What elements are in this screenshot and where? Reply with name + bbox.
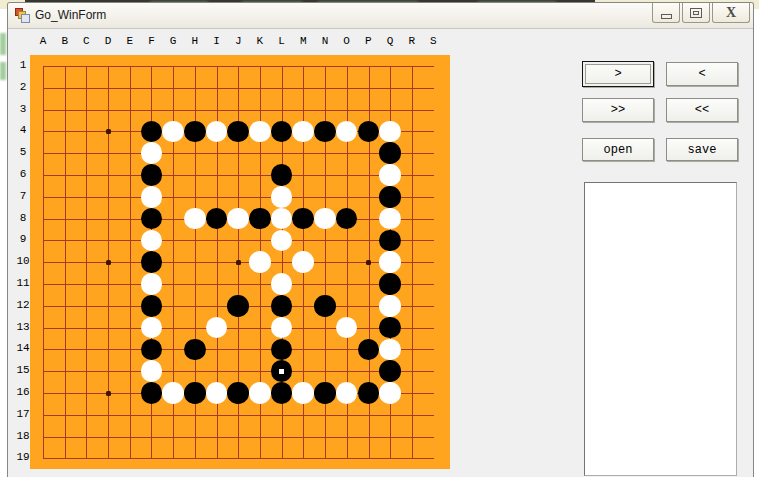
black-stone: [336, 208, 358, 230]
col-label: J: [227, 33, 249, 49]
white-stone: [379, 295, 401, 317]
black-stone: [314, 382, 336, 404]
white-stone: [379, 339, 401, 361]
black-stone: [227, 382, 249, 404]
col-label: Q: [379, 33, 401, 49]
white-stone: [249, 121, 271, 143]
white-stone: [379, 121, 401, 143]
white-stone: [141, 230, 163, 252]
white-stone: [141, 273, 163, 295]
white-stone: [249, 251, 271, 273]
black-stone: [379, 230, 401, 252]
white-stone: [271, 208, 293, 230]
white-stone: [206, 121, 228, 143]
titlebar[interactable]: Go_WinForm X: [8, 3, 753, 29]
white-stone: [292, 251, 314, 273]
step-forward-button[interactable]: >: [582, 61, 654, 87]
app-window: Go_WinForm X ABCDEFGHIJKLMNOPQRS 1234567…: [7, 2, 754, 477]
black-stone: [249, 208, 271, 230]
white-stone: [292, 121, 314, 143]
black-stone: [184, 121, 206, 143]
last-move-marker: [279, 369, 284, 374]
black-stone: [141, 208, 163, 230]
white-stone: [206, 382, 228, 404]
white-stone: [141, 186, 163, 208]
black-stone: [271, 295, 293, 317]
step-back-button[interactable]: <: [666, 62, 738, 86]
black-stone: [271, 339, 293, 361]
col-label: A: [32, 33, 54, 49]
white-stone: [336, 382, 358, 404]
col-label: I: [206, 33, 228, 49]
black-stone: [358, 339, 380, 361]
white-stone: [271, 273, 293, 295]
black-stone: [184, 339, 206, 361]
white-stone: [141, 360, 163, 382]
open-button[interactable]: open: [582, 138, 654, 161]
white-stone: [141, 142, 163, 164]
black-stone: [358, 121, 380, 143]
minimize-button[interactable]: [652, 3, 680, 23]
white-stone: [379, 382, 401, 404]
white-stone: [162, 382, 184, 404]
white-stone: [162, 121, 184, 143]
white-stone: [271, 186, 293, 208]
black-stone: [292, 208, 314, 230]
col-label: B: [54, 33, 76, 49]
black-stone: [379, 360, 401, 382]
black-stone: [314, 295, 336, 317]
go-board[interactable]: [30, 55, 450, 469]
black-stone: [271, 164, 293, 186]
black-stone: [141, 164, 163, 186]
maximize-icon: [690, 8, 702, 18]
col-label: O: [336, 33, 358, 49]
white-stone: [336, 317, 358, 339]
window-title: Go_WinForm: [35, 3, 106, 28]
black-stone: [379, 142, 401, 164]
white-stone: [314, 208, 336, 230]
black-stone: [271, 360, 293, 382]
white-stone: [271, 230, 293, 252]
fast-back-button[interactable]: <<: [666, 98, 738, 122]
col-label: P: [358, 33, 380, 49]
black-stone: [206, 208, 228, 230]
save-button[interactable]: save: [666, 138, 738, 161]
minimize-icon: [661, 14, 672, 19]
black-stone: [379, 186, 401, 208]
white-stone: [184, 208, 206, 230]
black-stone: [141, 339, 163, 361]
move-list[interactable]: [584, 182, 737, 476]
black-stone: [227, 295, 249, 317]
black-stone: [227, 121, 249, 143]
fast-forward-button[interactable]: >>: [582, 98, 654, 122]
black-stone: [379, 273, 401, 295]
close-button[interactable]: X: [712, 3, 750, 23]
black-stone: [379, 317, 401, 339]
white-stone: [379, 164, 401, 186]
stones-layer: [32, 55, 444, 469]
white-stone: [141, 317, 163, 339]
white-stone: [227, 208, 249, 230]
col-label: N: [314, 33, 336, 49]
column-labels: ABCDEFGHIJKLMNOPQRS: [32, 33, 444, 49]
black-stone: [141, 382, 163, 404]
col-label: C: [76, 33, 98, 49]
white-stone: [292, 382, 314, 404]
white-stone: [379, 251, 401, 273]
black-stone: [141, 121, 163, 143]
white-stone: [206, 317, 228, 339]
white-stone: [271, 317, 293, 339]
app-icon: [15, 8, 30, 23]
maximize-button[interactable]: [682, 3, 710, 23]
black-stone: [358, 382, 380, 404]
black-stone: [141, 295, 163, 317]
black-stone: [141, 251, 163, 273]
col-label: K: [249, 33, 271, 49]
col-label: L: [271, 33, 293, 49]
col-label: R: [401, 33, 423, 49]
col-label: F: [141, 33, 163, 49]
col-label: E: [119, 33, 141, 49]
white-stone: [379, 208, 401, 230]
col-label: G: [162, 33, 184, 49]
black-stone: [271, 382, 293, 404]
black-stone: [314, 121, 336, 143]
white-stone: [336, 121, 358, 143]
col-label: D: [97, 33, 119, 49]
white-stone: [249, 382, 271, 404]
black-stone: [184, 382, 206, 404]
black-stone: [271, 121, 293, 143]
col-label: H: [184, 33, 206, 49]
background-blurred-text: [0, 33, 6, 55]
background-blurred-text: [0, 62, 6, 80]
col-label: M: [292, 33, 314, 49]
col-label: S: [423, 33, 445, 49]
close-icon: X: [726, 4, 736, 22]
